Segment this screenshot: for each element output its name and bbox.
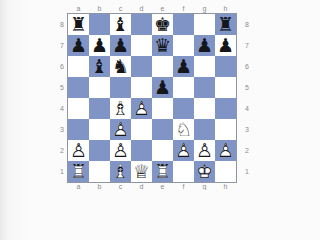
square-d5[interactable] bbox=[131, 77, 152, 98]
square-h2[interactable]: ♟♙ bbox=[215, 140, 236, 161]
piece-black-pawn: ♟ bbox=[110, 35, 131, 56]
square-e8[interactable]: ♚ bbox=[152, 14, 173, 35]
coord-label-2: 2 bbox=[52, 140, 64, 161]
square-b1[interactable] bbox=[89, 161, 110, 182]
square-g6[interactable] bbox=[194, 56, 215, 77]
square-c5[interactable] bbox=[110, 77, 131, 98]
square-b5[interactable] bbox=[89, 77, 110, 98]
piece-white-pawn: ♟♙ bbox=[110, 140, 131, 161]
piece-white-bishop: ♝♗ bbox=[110, 161, 131, 182]
coord-label-4: 4 bbox=[52, 98, 64, 119]
piece-white-pawn: ♟♙ bbox=[173, 140, 194, 161]
coord-label-3: 3 bbox=[239, 119, 255, 140]
square-c4[interactable]: ♝♗ bbox=[110, 98, 131, 119]
square-e1[interactable]: ♜♖ bbox=[152, 161, 173, 182]
coord-label-6: 6 bbox=[52, 56, 64, 77]
square-g8[interactable] bbox=[194, 14, 215, 35]
square-g5[interactable] bbox=[194, 77, 215, 98]
piece-black-pawn: ♟ bbox=[68, 35, 89, 56]
square-f5[interactable] bbox=[173, 77, 194, 98]
square-e6[interactable] bbox=[152, 56, 173, 77]
square-h8[interactable]: ♜ bbox=[215, 14, 236, 35]
square-b7[interactable]: ♟ bbox=[89, 35, 110, 56]
square-h7[interactable]: ♟ bbox=[215, 35, 236, 56]
square-e2[interactable] bbox=[152, 140, 173, 161]
square-e5[interactable]: ♟ bbox=[152, 77, 173, 98]
coord-label-5: 5 bbox=[52, 77, 64, 98]
square-a2[interactable]: ♟♙ bbox=[68, 140, 89, 161]
coord-label-4: 4 bbox=[239, 98, 255, 119]
square-f8[interactable] bbox=[173, 14, 194, 35]
coord-label-f: f bbox=[173, 5, 194, 12]
coord-label-a: a bbox=[68, 183, 89, 190]
piece-white-pawn: ♟♙ bbox=[110, 119, 131, 140]
coord-label-5: 5 bbox=[239, 77, 255, 98]
square-e4[interactable] bbox=[152, 98, 173, 119]
square-c7[interactable]: ♟ bbox=[110, 35, 131, 56]
coord-label-d: d bbox=[131, 183, 152, 190]
piece-white-bishop: ♝♗ bbox=[110, 98, 131, 119]
coord-label-b: b bbox=[89, 5, 110, 12]
square-e3[interactable] bbox=[152, 119, 173, 140]
square-b2[interactable] bbox=[89, 140, 110, 161]
square-b4[interactable] bbox=[89, 98, 110, 119]
square-c1[interactable]: ♝♗ bbox=[110, 161, 131, 182]
square-c8[interactable]: ♝ bbox=[110, 14, 131, 35]
square-e7[interactable]: ♛ bbox=[152, 35, 173, 56]
coord-label-8: 8 bbox=[52, 14, 64, 35]
square-d6[interactable] bbox=[131, 56, 152, 77]
square-h3[interactable] bbox=[215, 119, 236, 140]
piece-white-queen: ♛♕ bbox=[131, 161, 152, 182]
piece-white-pawn: ♟♙ bbox=[68, 140, 89, 161]
piece-black-rook: ♜ bbox=[215, 14, 236, 35]
coord-label-c: c bbox=[110, 183, 131, 190]
square-h5[interactable] bbox=[215, 77, 236, 98]
square-b3[interactable] bbox=[89, 119, 110, 140]
square-g2[interactable]: ♟♙ bbox=[194, 140, 215, 161]
square-d3[interactable] bbox=[131, 119, 152, 140]
coord-label-7: 7 bbox=[52, 35, 64, 56]
square-f7[interactable] bbox=[173, 35, 194, 56]
square-g7[interactable]: ♟ bbox=[194, 35, 215, 56]
chessboard: ♜♝♚♜♟♟♟♛♟♟♝♞♟♟♝♗♟♙♟♙♞♘♟♙♟♙♟♙♟♙♟♙♜♖♝♗♛♕♜♖… bbox=[67, 13, 237, 183]
piece-white-king: ♚♔ bbox=[194, 161, 215, 182]
square-f4[interactable] bbox=[173, 98, 194, 119]
square-b6[interactable]: ♝ bbox=[89, 56, 110, 77]
square-d7[interactable] bbox=[131, 35, 152, 56]
piece-white-rook: ♜♖ bbox=[68, 161, 89, 182]
square-h4[interactable] bbox=[215, 98, 236, 119]
file-labels-bottom: abcdefgh bbox=[68, 183, 236, 190]
piece-black-knight: ♞ bbox=[110, 56, 131, 77]
piece-white-pawn: ♟♙ bbox=[131, 98, 152, 119]
square-a1[interactable]: ♜♖ bbox=[68, 161, 89, 182]
coord-label-e: e bbox=[152, 183, 173, 190]
coord-label-f: f bbox=[173, 183, 194, 190]
square-g4[interactable] bbox=[194, 98, 215, 119]
rank-labels-right: 87654321 bbox=[239, 14, 255, 182]
piece-white-pawn: ♟♙ bbox=[194, 140, 215, 161]
file-labels-top: abcdefgh bbox=[68, 0, 236, 13]
square-d8[interactable] bbox=[131, 14, 152, 35]
square-d4[interactable]: ♟♙ bbox=[131, 98, 152, 119]
coord-label-b: b bbox=[89, 183, 110, 190]
square-f6[interactable]: ♟ bbox=[173, 56, 194, 77]
piece-black-pawn: ♟ bbox=[89, 35, 110, 56]
square-c6[interactable]: ♞ bbox=[110, 56, 131, 77]
piece-black-bishop: ♝ bbox=[89, 56, 110, 77]
piece-white-pawn: ♟♙ bbox=[215, 140, 236, 161]
square-g3[interactable] bbox=[194, 119, 215, 140]
piece-black-queen: ♛ bbox=[152, 35, 173, 56]
square-f3[interactable]: ♞♘ bbox=[173, 119, 194, 140]
square-b8[interactable] bbox=[89, 14, 110, 35]
piece-black-pawn: ♟ bbox=[194, 35, 215, 56]
piece-black-bishop: ♝ bbox=[110, 14, 131, 35]
coord-label-d: d bbox=[131, 5, 152, 12]
coord-label-8: 8 bbox=[239, 14, 255, 35]
coord-label-2: 2 bbox=[239, 140, 255, 161]
square-c2[interactable]: ♟♙ bbox=[110, 140, 131, 161]
rank-labels-left: 87654321 bbox=[48, 14, 64, 182]
piece-black-king: ♚ bbox=[152, 14, 173, 35]
square-a4[interactable] bbox=[68, 98, 89, 119]
coord-label-h: h bbox=[215, 5, 236, 12]
piece-black-pawn: ♟ bbox=[173, 56, 194, 77]
coord-label-h: h bbox=[215, 183, 236, 190]
coord-label-3: 3 bbox=[52, 119, 64, 140]
square-a3[interactable] bbox=[68, 119, 89, 140]
square-f2[interactable]: ♟♙ bbox=[173, 140, 194, 161]
square-a5[interactable] bbox=[68, 77, 89, 98]
coord-label-e: e bbox=[152, 5, 173, 12]
square-f1[interactable] bbox=[173, 161, 194, 182]
coord-label-7: 7 bbox=[239, 35, 255, 56]
square-h6[interactable] bbox=[215, 56, 236, 77]
square-c3[interactable]: ♟♙ bbox=[110, 119, 131, 140]
coord-label-1: 1 bbox=[52, 161, 64, 182]
piece-black-pawn: ♟ bbox=[215, 35, 236, 56]
square-d2[interactable] bbox=[131, 140, 152, 161]
coord-label-1: 1 bbox=[239, 161, 255, 182]
square-a7[interactable]: ♟ bbox=[68, 35, 89, 56]
square-a8[interactable]: ♜ bbox=[68, 14, 89, 35]
coord-label-a: a bbox=[68, 5, 89, 12]
square-a6[interactable] bbox=[68, 56, 89, 77]
coord-label-g: g bbox=[194, 183, 215, 190]
coord-label-c: c bbox=[110, 5, 131, 12]
square-g1[interactable]: ♚♔ bbox=[194, 161, 215, 182]
piece-black-rook: ♜ bbox=[68, 14, 89, 35]
square-h1[interactable] bbox=[215, 161, 236, 182]
coord-label-6: 6 bbox=[239, 56, 255, 77]
coord-label-g: g bbox=[194, 5, 215, 12]
square-d1[interactable]: ♛♕ bbox=[131, 161, 152, 182]
piece-white-knight: ♞♘ bbox=[173, 119, 194, 140]
piece-white-rook: ♜♖ bbox=[152, 161, 173, 182]
piece-black-pawn: ♟ bbox=[152, 77, 173, 98]
